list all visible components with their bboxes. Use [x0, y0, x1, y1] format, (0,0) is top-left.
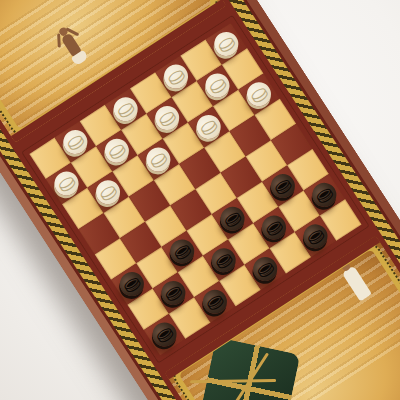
lid-inner-face: ⛀⛀⛀⛀⛀⛀⛀⛀⛀⛀⛀⛀⛂⛂⛂⛂⛂⛂⛂⛂⛂⛂⛂⛂ [0, 0, 400, 400]
game-box-lid: ⛀⛀⛀⛀⛀⛀⛀⛀⛀⛀⛀⛀⛂⛂⛂⛂⛂⛂⛂⛂⛂⛂⛂⛂ [0, 0, 400, 400]
photo-stage: ⛀⛀⛀⛀⛀⛀⛀⛀⛀⛀⛀⛀⛂⛂⛂⛂⛂⛂⛂⛂⛂⛂⛂⛂ [0, 0, 400, 400]
